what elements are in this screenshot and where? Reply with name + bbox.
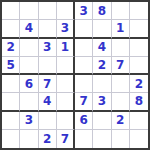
- cell-r6c2[interactable]: [20, 93, 38, 111]
- cell-r5c5[interactable]: [75, 75, 93, 93]
- cell-r2c1[interactable]: [2, 20, 20, 38]
- cell-r7c7[interactable]: 2: [112, 112, 130, 130]
- cell-r8c1[interactable]: [2, 130, 20, 148]
- cell-r7c5[interactable]: 6: [75, 112, 93, 130]
- cell-r1c7[interactable]: [112, 2, 130, 20]
- cell-r4c4[interactable]: [57, 57, 75, 75]
- cell-r2c8[interactable]: [130, 20, 148, 38]
- cell-r5c4[interactable]: [57, 75, 75, 93]
- cell-r4c6[interactable]: 2: [93, 57, 111, 75]
- cell-r2c5[interactable]: [75, 20, 93, 38]
- cell-r1c1[interactable]: [2, 2, 20, 20]
- cell-r7c4[interactable]: [57, 112, 75, 130]
- cell-r6c7[interactable]: [112, 93, 130, 111]
- cell-r7c3[interactable]: [39, 112, 57, 130]
- cell-r7c8[interactable]: [130, 112, 148, 130]
- cell-r2c3[interactable]: [39, 20, 57, 38]
- cell-r3c5[interactable]: [75, 39, 93, 57]
- cell-r8c2[interactable]: [20, 130, 38, 148]
- cell-r4c7[interactable]: 7: [112, 57, 130, 75]
- cell-r3c2[interactable]: [20, 39, 38, 57]
- cell-r4c2[interactable]: [20, 57, 38, 75]
- cell-r8c3[interactable]: 2: [39, 130, 57, 148]
- cell-r4c5[interactable]: [75, 57, 93, 75]
- cell-r3c1[interactable]: 2: [2, 39, 20, 57]
- cell-r8c4[interactable]: 7: [57, 130, 75, 148]
- sudoku-board: 384312314527672473836227: [0, 0, 150, 150]
- cell-r3c3[interactable]: 3: [39, 39, 57, 57]
- cell-r5c2[interactable]: 6: [20, 75, 38, 93]
- cell-r6c8[interactable]: 8: [130, 93, 148, 111]
- cell-r2c6[interactable]: [93, 20, 111, 38]
- cell-r7c2[interactable]: 3: [20, 112, 38, 130]
- cell-r3c8[interactable]: [130, 39, 148, 57]
- cell-r4c3[interactable]: [39, 57, 57, 75]
- cell-r1c6[interactable]: 8: [93, 2, 111, 20]
- cell-r6c4[interactable]: [57, 93, 75, 111]
- cell-r8c5[interactable]: [75, 130, 93, 148]
- cell-r1c3[interactable]: [39, 2, 57, 20]
- cell-r5c6[interactable]: [93, 75, 111, 93]
- cell-r8c6[interactable]: [93, 130, 111, 148]
- cell-r5c1[interactable]: [2, 75, 20, 93]
- cell-r2c2[interactable]: 4: [20, 20, 38, 38]
- cell-r7c6[interactable]: [93, 112, 111, 130]
- cell-r8c7[interactable]: [112, 130, 130, 148]
- cell-r1c2[interactable]: [20, 2, 38, 20]
- cell-r5c8[interactable]: 2: [130, 75, 148, 93]
- cell-r4c8[interactable]: [130, 57, 148, 75]
- cell-r6c3[interactable]: 4: [39, 93, 57, 111]
- cell-r2c7[interactable]: 1: [112, 20, 130, 38]
- cell-r3c7[interactable]: [112, 39, 130, 57]
- cell-r3c4[interactable]: 1: [57, 39, 75, 57]
- cell-r8c8[interactable]: [130, 130, 148, 148]
- cell-r5c3[interactable]: 7: [39, 75, 57, 93]
- cell-r6c6[interactable]: 3: [93, 93, 111, 111]
- cell-r7c1[interactable]: [2, 112, 20, 130]
- cell-r4c1[interactable]: 5: [2, 57, 20, 75]
- cell-r3c6[interactable]: 4: [93, 39, 111, 57]
- cell-r2c4[interactable]: 3: [57, 20, 75, 38]
- cell-r1c8[interactable]: [130, 2, 148, 20]
- cell-r6c1[interactable]: [2, 93, 20, 111]
- cell-r6c5[interactable]: 7: [75, 93, 93, 111]
- cell-r1c4[interactable]: [57, 2, 75, 20]
- cell-r1c5[interactable]: 3: [75, 2, 93, 20]
- cell-r5c7[interactable]: [112, 75, 130, 93]
